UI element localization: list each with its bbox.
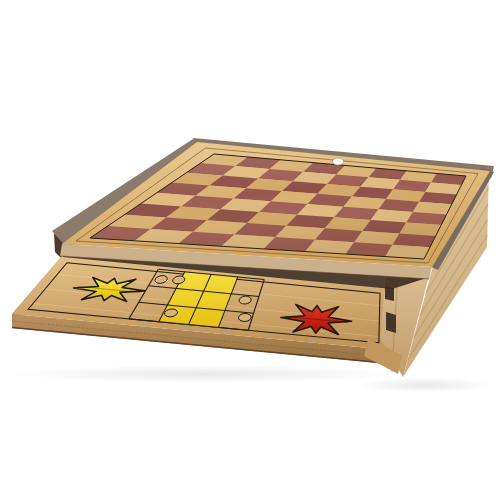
soft-shadow xyxy=(10,365,400,383)
product-photo-canvas xyxy=(0,0,500,500)
ludo-start-circle xyxy=(165,309,178,317)
hanging-hole xyxy=(333,158,344,165)
soft-shadow xyxy=(357,377,493,393)
board-groove-slot xyxy=(386,312,396,333)
ludo-start-circle xyxy=(239,314,251,322)
ludo-start-circle xyxy=(173,276,185,284)
game-box-photo xyxy=(0,0,500,500)
ludo-start-circle xyxy=(239,296,251,304)
ground-shadows xyxy=(10,365,493,393)
